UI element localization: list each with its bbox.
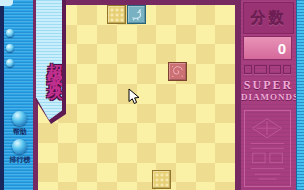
title-banner: 超级方块 [36, 0, 66, 124]
window-right-edge [296, 0, 304, 190]
game-title: 超级方块 [39, 5, 65, 123]
tile-yellow-lattice[interactable] [107, 5, 126, 24]
engraved-ornament-panel [244, 110, 291, 187]
tile-teal-bird[interactable] [127, 5, 146, 24]
score-value: 0 [243, 36, 292, 60]
brand-line-diamonds: DIAMONDS [241, 92, 296, 102]
tile-pink-swirl[interactable] [168, 62, 187, 81]
score-panel: 分数 0 SUPER DIAMONDS [241, 0, 296, 190]
game-window: 帮助 排行榜 超级方块 分数 0 SUPER DIAMONDS [0, 0, 304, 190]
score-header: 分数 [243, 2, 294, 34]
engraved-ornament-row [244, 64, 291, 75]
brand-line-super: SUPER [241, 78, 296, 93]
diamond-lineart-icon [245, 111, 290, 185]
tile-yellow-lattice[interactable] [152, 170, 171, 189]
title-banner-inner: 超级方块 [36, 0, 62, 120]
